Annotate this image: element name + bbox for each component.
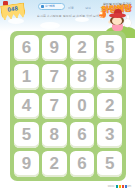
category-icon [41,5,45,9]
grid-cell: 7 [42,64,67,90]
grid-cell: 2 [70,35,95,61]
cloud [8,18,24,24]
grid-cell: 0 [70,93,95,119]
grid-cell: 5 [97,35,122,61]
category-pill: 수·연산 [38,3,65,10]
header-meta-name: 이름 [68,6,74,11]
grid-cell: 6 [14,35,39,61]
rabbit [124,19,131,27]
cloud [40,22,60,29]
grid-cell: 5 [97,151,122,177]
logo-square-blue [125,185,128,188]
instruction-text: 숫자를 손가락으로 짚으며 큰 소리로 읽어 보세요. [37,14,103,19]
grid-cell: 9 [42,35,67,61]
header-meta-date: 날짜 [85,6,91,11]
grid-cell: 2 [42,151,67,177]
mascot-hat-brim [109,13,126,18]
grid-cell: 4 [14,93,39,119]
worksheet-page: 048 수·연산 이름 날짜 숫자를 손가락으로 짚으며 큰 소리로 읽어 보세… [0,0,135,191]
grid-cell: 2 [97,93,122,119]
grid-cell: 6 [70,151,95,177]
grid-cell: 6 [70,122,95,148]
mascot-face [112,17,122,25]
grid-cell: 9 [14,151,39,177]
grid-cell: 5 [14,122,39,148]
grid-cell: 3 [97,64,122,90]
grid-cell: 3 [97,122,122,148]
grid-cell: 1 [14,64,39,90]
grid-cell: 8 [42,122,67,148]
publisher-logo [116,185,128,188]
grid-cell: 7 [42,93,67,119]
grid-cell: 8 [70,64,95,90]
category-label: 수·연산 [45,4,55,9]
number-grid-board: 6 9 2 5 1 7 8 3 4 7 0 2 5 8 6 3 9 2 6 5 [10,31,126,181]
